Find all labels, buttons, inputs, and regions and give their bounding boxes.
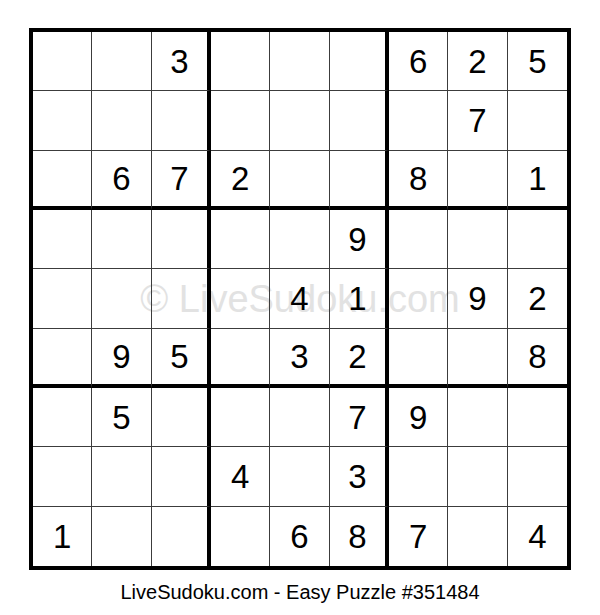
puzzle-caption: LiveSudoku.com - Easy Puzzle #351484 bbox=[0, 581, 600, 604]
cell-r9c8 bbox=[448, 507, 507, 566]
cell-r2c2 bbox=[92, 91, 151, 150]
cell-r7c8 bbox=[448, 388, 507, 447]
cell-r3c3: 7 bbox=[152, 151, 211, 210]
cell-r9c6: 8 bbox=[330, 507, 389, 566]
cell-r8c6: 3 bbox=[330, 447, 389, 506]
cell-r1c1 bbox=[33, 32, 92, 91]
cell-r6c6: 2 bbox=[330, 329, 389, 388]
cell-r9c4 bbox=[211, 507, 270, 566]
cell-r4c4 bbox=[211, 210, 270, 269]
cell-r7c1 bbox=[33, 388, 92, 447]
cell-r5c9: 2 bbox=[508, 269, 567, 328]
cell-r3c5 bbox=[270, 151, 329, 210]
sudoku-board: © LiveSudoku.com 36257672819419295328579… bbox=[29, 28, 571, 570]
cell-r4c6: 9 bbox=[330, 210, 389, 269]
cell-r2c4 bbox=[211, 91, 270, 150]
cell-r1c3: 3 bbox=[152, 32, 211, 91]
cell-r3c8 bbox=[448, 151, 507, 210]
cell-r5c7 bbox=[389, 269, 448, 328]
cell-r2c7 bbox=[389, 91, 448, 150]
cell-r3c9: 1 bbox=[508, 151, 567, 210]
cell-r5c3 bbox=[152, 269, 211, 328]
cell-r7c3 bbox=[152, 388, 211, 447]
cell-r7c6: 7 bbox=[330, 388, 389, 447]
cell-r4c2 bbox=[92, 210, 151, 269]
cell-r4c9 bbox=[508, 210, 567, 269]
cell-r8c5 bbox=[270, 447, 329, 506]
cell-r7c7: 9 bbox=[389, 388, 448, 447]
cell-r9c2 bbox=[92, 507, 151, 566]
cell-r8c8 bbox=[448, 447, 507, 506]
cell-r7c5 bbox=[270, 388, 329, 447]
cell-r3c6 bbox=[330, 151, 389, 210]
cell-r6c7 bbox=[389, 329, 448, 388]
cell-r1c7: 6 bbox=[389, 32, 448, 91]
cell-r6c2: 9 bbox=[92, 329, 151, 388]
cell-r6c9: 8 bbox=[508, 329, 567, 388]
cell-r4c1 bbox=[33, 210, 92, 269]
cell-r4c5 bbox=[270, 210, 329, 269]
cell-r5c5: 4 bbox=[270, 269, 329, 328]
cell-r5c6: 1 bbox=[330, 269, 389, 328]
cell-r1c5 bbox=[270, 32, 329, 91]
cell-r8c7 bbox=[389, 447, 448, 506]
cell-r9c3 bbox=[152, 507, 211, 566]
cell-r5c4 bbox=[211, 269, 270, 328]
cell-r6c4 bbox=[211, 329, 270, 388]
cell-r3c2: 6 bbox=[92, 151, 151, 210]
cell-r7c4 bbox=[211, 388, 270, 447]
cell-r1c6 bbox=[330, 32, 389, 91]
cell-r4c8 bbox=[448, 210, 507, 269]
cell-r5c8: 9 bbox=[448, 269, 507, 328]
cell-r5c2 bbox=[92, 269, 151, 328]
cell-r2c9 bbox=[508, 91, 567, 150]
cell-r9c5: 6 bbox=[270, 507, 329, 566]
cell-r1c9: 5 bbox=[508, 32, 567, 91]
cell-r9c1: 1 bbox=[33, 507, 92, 566]
cell-r4c3 bbox=[152, 210, 211, 269]
cell-r2c1 bbox=[33, 91, 92, 150]
cell-r8c4: 4 bbox=[211, 447, 270, 506]
cell-r8c1 bbox=[33, 447, 92, 506]
cell-r2c3 bbox=[152, 91, 211, 150]
cell-r5c1 bbox=[33, 269, 92, 328]
cell-r9c9: 4 bbox=[508, 507, 567, 566]
cell-r2c8: 7 bbox=[448, 91, 507, 150]
cell-r2c6 bbox=[330, 91, 389, 150]
cell-r8c3 bbox=[152, 447, 211, 506]
cell-r1c4 bbox=[211, 32, 270, 91]
cell-r3c1 bbox=[33, 151, 92, 210]
cell-r9c7: 7 bbox=[389, 507, 448, 566]
cell-r7c9 bbox=[508, 388, 567, 447]
cell-r3c7: 8 bbox=[389, 151, 448, 210]
cell-r8c2 bbox=[92, 447, 151, 506]
cell-r1c8: 2 bbox=[448, 32, 507, 91]
sudoku-board-grid: 362576728194192953285794316874 bbox=[33, 32, 567, 566]
cell-r6c1 bbox=[33, 329, 92, 388]
cell-r2c5 bbox=[270, 91, 329, 150]
cell-r3c4: 2 bbox=[211, 151, 270, 210]
cell-r6c5: 3 bbox=[270, 329, 329, 388]
cell-r6c8 bbox=[448, 329, 507, 388]
cell-r6c3: 5 bbox=[152, 329, 211, 388]
cell-r1c2 bbox=[92, 32, 151, 91]
cell-r8c9 bbox=[508, 447, 567, 506]
cell-r7c2: 5 bbox=[92, 388, 151, 447]
cell-r4c7 bbox=[389, 210, 448, 269]
